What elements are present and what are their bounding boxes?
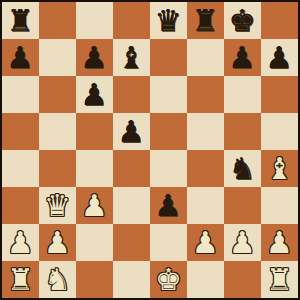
piece-black-knight[interactable]: ♞ xyxy=(229,150,256,187)
piece-black-queen[interactable]: ♛ xyxy=(155,2,182,39)
square-e7[interactable] xyxy=(150,39,187,76)
square-c5[interactable] xyxy=(76,113,113,150)
piece-black-pawn[interactable]: ♟ xyxy=(81,39,108,76)
square-c6[interactable]: ♟ xyxy=(76,76,113,113)
square-b4[interactable] xyxy=(39,150,76,187)
piece-white-pawn[interactable]: ♟ xyxy=(44,224,71,261)
square-b6[interactable] xyxy=(39,76,76,113)
piece-black-pawn[interactable]: ♟ xyxy=(81,76,108,113)
square-b3[interactable]: ♛ xyxy=(39,187,76,224)
chess-board: ♜♛♜♚♟♟♝♟♟♟♟♞♝♛♟♟♟♟♟♟♟♜♞♚♜ xyxy=(0,0,300,300)
piece-white-pawn[interactable]: ♟ xyxy=(229,224,256,261)
square-f7[interactable] xyxy=(187,39,224,76)
square-h8[interactable] xyxy=(261,2,298,39)
chess-app: ♜♛♜♚♟♟♝♟♟♟♟♞♝♛♟♟♟♟♟♟♟♜♞♚♜ xyxy=(0,0,300,300)
square-g5[interactable] xyxy=(224,113,261,150)
square-e8[interactable]: ♛ xyxy=(150,2,187,39)
square-d5[interactable]: ♟ xyxy=(113,113,150,150)
square-f5[interactable] xyxy=(187,113,224,150)
square-g3[interactable] xyxy=(224,187,261,224)
square-c8[interactable] xyxy=(76,2,113,39)
square-e5[interactable] xyxy=(150,113,187,150)
square-f3[interactable] xyxy=(187,187,224,224)
square-g6[interactable] xyxy=(224,76,261,113)
piece-black-pawn[interactable]: ♟ xyxy=(266,39,293,76)
square-a7[interactable]: ♟ xyxy=(2,39,39,76)
square-c2[interactable] xyxy=(76,224,113,261)
square-h5[interactable] xyxy=(261,113,298,150)
square-c7[interactable]: ♟ xyxy=(76,39,113,76)
square-c4[interactable] xyxy=(76,150,113,187)
square-b7[interactable] xyxy=(39,39,76,76)
piece-white-pawn[interactable]: ♟ xyxy=(7,224,34,261)
square-g7[interactable]: ♟ xyxy=(224,39,261,76)
square-e4[interactable] xyxy=(150,150,187,187)
square-e6[interactable] xyxy=(150,76,187,113)
piece-white-pawn[interactable]: ♟ xyxy=(81,187,108,224)
piece-black-pawn[interactable]: ♟ xyxy=(155,187,182,224)
piece-white-pawn[interactable]: ♟ xyxy=(266,224,293,261)
square-g2[interactable]: ♟ xyxy=(224,224,261,261)
square-d8[interactable] xyxy=(113,2,150,39)
square-b8[interactable] xyxy=(39,2,76,39)
piece-white-bishop[interactable]: ♝ xyxy=(266,150,293,187)
square-h3[interactable] xyxy=(261,187,298,224)
square-d1[interactable] xyxy=(113,261,150,298)
square-e1[interactable]: ♚ xyxy=(150,261,187,298)
square-b2[interactable]: ♟ xyxy=(39,224,76,261)
piece-white-queen[interactable]: ♛ xyxy=(44,187,71,224)
piece-black-rook[interactable]: ♜ xyxy=(192,2,219,39)
square-h7[interactable]: ♟ xyxy=(261,39,298,76)
square-a6[interactable] xyxy=(2,76,39,113)
square-a1[interactable]: ♜ xyxy=(2,261,39,298)
square-f2[interactable]: ♟ xyxy=(187,224,224,261)
piece-white-rook[interactable]: ♜ xyxy=(7,261,34,298)
piece-black-rook[interactable]: ♜ xyxy=(7,2,34,39)
square-d3[interactable] xyxy=(113,187,150,224)
square-g1[interactable] xyxy=(224,261,261,298)
piece-white-knight[interactable]: ♞ xyxy=(44,261,71,298)
square-h1[interactable]: ♜ xyxy=(261,261,298,298)
square-h4[interactable]: ♝ xyxy=(261,150,298,187)
square-a2[interactable]: ♟ xyxy=(2,224,39,261)
square-g8[interactable]: ♚ xyxy=(224,2,261,39)
square-d6[interactable] xyxy=(113,76,150,113)
square-a3[interactable] xyxy=(2,187,39,224)
square-e2[interactable] xyxy=(150,224,187,261)
square-h6[interactable] xyxy=(261,76,298,113)
piece-white-king[interactable]: ♚ xyxy=(155,261,182,298)
piece-black-king[interactable]: ♚ xyxy=(229,2,256,39)
square-c3[interactable]: ♟ xyxy=(76,187,113,224)
square-e3[interactable]: ♟ xyxy=(150,187,187,224)
square-d2[interactable] xyxy=(113,224,150,261)
square-f4[interactable] xyxy=(187,150,224,187)
piece-white-rook[interactable]: ♜ xyxy=(266,261,293,298)
piece-black-bishop[interactable]: ♝ xyxy=(118,39,145,76)
square-f8[interactable]: ♜ xyxy=(187,2,224,39)
square-f6[interactable] xyxy=(187,76,224,113)
square-g4[interactable]: ♞ xyxy=(224,150,261,187)
square-d4[interactable] xyxy=(113,150,150,187)
square-b5[interactable] xyxy=(39,113,76,150)
piece-white-pawn[interactable]: ♟ xyxy=(192,224,219,261)
square-a8[interactable]: ♜ xyxy=(2,2,39,39)
square-b1[interactable]: ♞ xyxy=(39,261,76,298)
square-c1[interactable] xyxy=(76,261,113,298)
square-a5[interactable] xyxy=(2,113,39,150)
piece-black-pawn[interactable]: ♟ xyxy=(7,39,34,76)
square-d7[interactable]: ♝ xyxy=(113,39,150,76)
square-h2[interactable]: ♟ xyxy=(261,224,298,261)
square-a4[interactable] xyxy=(2,150,39,187)
square-f1[interactable] xyxy=(187,261,224,298)
piece-black-pawn[interactable]: ♟ xyxy=(118,113,145,150)
piece-black-pawn[interactable]: ♟ xyxy=(229,39,256,76)
